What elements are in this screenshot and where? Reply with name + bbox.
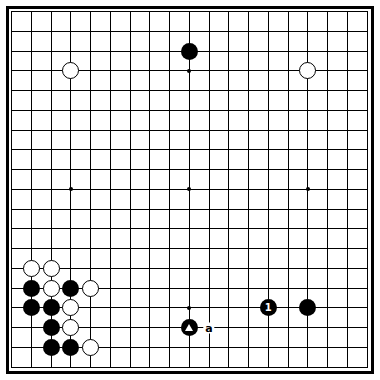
black-stone-C2 — [43, 339, 60, 356]
black-stone-B4 — [23, 299, 40, 316]
go-board: 1a — [6, 6, 374, 374]
star-point-K10 — [187, 187, 191, 191]
grid-line-horizontal — [11, 367, 368, 368]
white-stone-E5 — [82, 280, 99, 297]
grid-line-horizontal — [11, 228, 368, 229]
black-stone-K3 — [181, 319, 198, 336]
move-number-label: 1 — [265, 302, 272, 312]
grid-line-vertical — [347, 11, 348, 368]
white-stone-C5 — [43, 280, 60, 297]
black-stone-B5 — [23, 280, 40, 297]
star-point-D10 — [69, 187, 73, 191]
grid-line-horizontal — [11, 248, 368, 249]
grid-line-horizontal — [11, 209, 368, 210]
grid-line-vertical — [248, 11, 249, 368]
black-stone-D5 — [62, 280, 79, 297]
star-point-K4 — [187, 306, 191, 310]
white-stone-B6 — [23, 260, 40, 277]
white-stone-D4 — [62, 299, 79, 316]
white-stone-C6 — [43, 260, 60, 277]
grid-line-vertical — [288, 11, 289, 368]
star-point-Q10 — [306, 187, 310, 191]
point-label-a: a — [203, 322, 214, 333]
star-point-K16 — [187, 69, 191, 73]
grid-line-horizontal — [11, 268, 368, 269]
black-stone-K17 — [181, 43, 198, 60]
grid-line-vertical — [367, 11, 368, 368]
white-stone-E2 — [82, 339, 99, 356]
black-stone-D2 — [62, 339, 79, 356]
triangle-mark-icon — [185, 324, 193, 331]
white-stone-D3 — [62, 319, 79, 336]
white-stone-D16 — [62, 62, 79, 79]
grid-line-vertical — [209, 11, 210, 368]
black-stone-Q4 — [299, 299, 316, 316]
black-stone-C3 — [43, 319, 60, 336]
white-stone-Q16 — [299, 62, 316, 79]
black-stone-O4: 1 — [260, 299, 277, 316]
grid-line-vertical — [228, 11, 229, 368]
black-stone-C4 — [43, 299, 60, 316]
go-diagram-page: 1a — [0, 0, 380, 380]
grid-line-vertical — [327, 11, 328, 368]
